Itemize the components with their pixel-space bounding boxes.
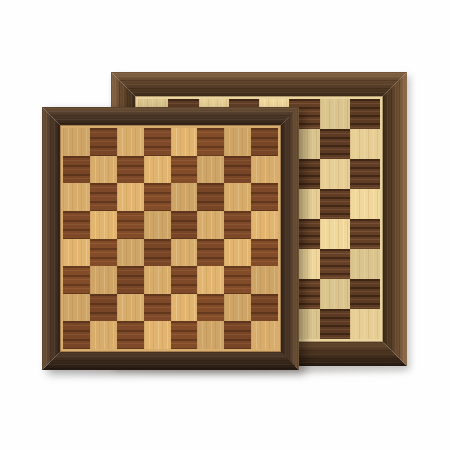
front-square-c5 — [117, 211, 144, 239]
front-square-e2 — [171, 294, 198, 322]
front-square-c6 — [117, 183, 144, 211]
front-square-g1 — [224, 321, 251, 349]
front-square-f2 — [197, 294, 224, 322]
front-square-e7 — [171, 156, 198, 184]
back-square-h3 — [350, 249, 380, 279]
front-square-g3 — [224, 266, 251, 294]
front-square-c2 — [117, 294, 144, 322]
front-square-a7 — [63, 156, 90, 184]
back-square-g6 — [320, 159, 350, 189]
front-square-e4 — [171, 239, 198, 267]
front-square-a3 — [63, 266, 90, 294]
front-square-b7 — [90, 156, 117, 184]
front-square-c7 — [117, 156, 144, 184]
front-square-d2 — [144, 294, 171, 322]
front-square-g6 — [224, 183, 251, 211]
front-square-a2 — [63, 294, 90, 322]
front-frame-right — [281, 107, 299, 370]
back-square-h8 — [350, 99, 380, 129]
front-square-b2 — [90, 294, 117, 322]
back-square-g2 — [320, 279, 350, 309]
front-square-b8 — [90, 128, 117, 156]
front-square-c4 — [117, 239, 144, 267]
front-square-g8 — [224, 128, 251, 156]
front-square-h8 — [251, 128, 278, 156]
front-square-g7 — [224, 156, 251, 184]
back-square-g1 — [320, 309, 350, 339]
front-frame-bottom — [42, 352, 299, 370]
front-board-grid — [63, 128, 278, 349]
back-square-h1 — [350, 309, 380, 339]
front-square-c1 — [117, 321, 144, 349]
front-square-e3 — [171, 266, 198, 294]
back-square-h5 — [350, 189, 380, 219]
front-square-f6 — [197, 183, 224, 211]
front-square-h5 — [251, 211, 278, 239]
front-square-d3 — [144, 266, 171, 294]
front-square-a5 — [63, 211, 90, 239]
front-square-f3 — [197, 266, 224, 294]
front-square-d5 — [144, 211, 171, 239]
front-square-g2 — [224, 294, 251, 322]
back-square-h7 — [350, 129, 380, 159]
front-chessboard — [42, 107, 299, 370]
back-square-g4 — [320, 219, 350, 249]
front-square-h1 — [251, 321, 278, 349]
front-square-e5 — [171, 211, 198, 239]
front-square-f5 — [197, 211, 224, 239]
front-board-margin — [60, 125, 281, 352]
front-square-d8 — [144, 128, 171, 156]
back-frame-right — [383, 72, 407, 366]
front-square-f1 — [197, 321, 224, 349]
front-square-a8 — [63, 128, 90, 156]
front-frame-left — [42, 107, 60, 370]
front-square-d6 — [144, 183, 171, 211]
front-square-h3 — [251, 266, 278, 294]
front-square-f4 — [197, 239, 224, 267]
front-square-d7 — [144, 156, 171, 184]
front-square-h4 — [251, 239, 278, 267]
front-square-e1 — [171, 321, 198, 349]
front-square-b1 — [90, 321, 117, 349]
back-square-g7 — [320, 129, 350, 159]
front-square-g4 — [224, 239, 251, 267]
back-square-h6 — [350, 159, 380, 189]
front-square-c3 — [117, 266, 144, 294]
back-square-g8 — [320, 99, 350, 129]
front-square-b5 — [90, 211, 117, 239]
front-square-a4 — [63, 239, 90, 267]
front-square-c8 — [117, 128, 144, 156]
front-square-b4 — [90, 239, 117, 267]
front-square-a6 — [63, 183, 90, 211]
back-square-h2 — [350, 279, 380, 309]
back-square-g5 — [320, 189, 350, 219]
front-square-h7 — [251, 156, 278, 184]
front-square-e8 — [171, 128, 198, 156]
back-square-g3 — [320, 249, 350, 279]
back-square-h4 — [350, 219, 380, 249]
front-square-b3 — [90, 266, 117, 294]
front-square-b6 — [90, 183, 117, 211]
front-square-g5 — [224, 211, 251, 239]
front-frame-top — [42, 107, 299, 125]
front-square-h2 — [251, 294, 278, 322]
front-square-f8 — [197, 128, 224, 156]
front-square-e6 — [171, 183, 198, 211]
front-square-h6 — [251, 183, 278, 211]
front-square-f7 — [197, 156, 224, 184]
back-frame-top — [111, 72, 407, 96]
front-square-d4 — [144, 239, 171, 267]
front-square-d1 — [144, 321, 171, 349]
front-square-a1 — [63, 321, 90, 349]
product-photo — [0, 0, 450, 450]
